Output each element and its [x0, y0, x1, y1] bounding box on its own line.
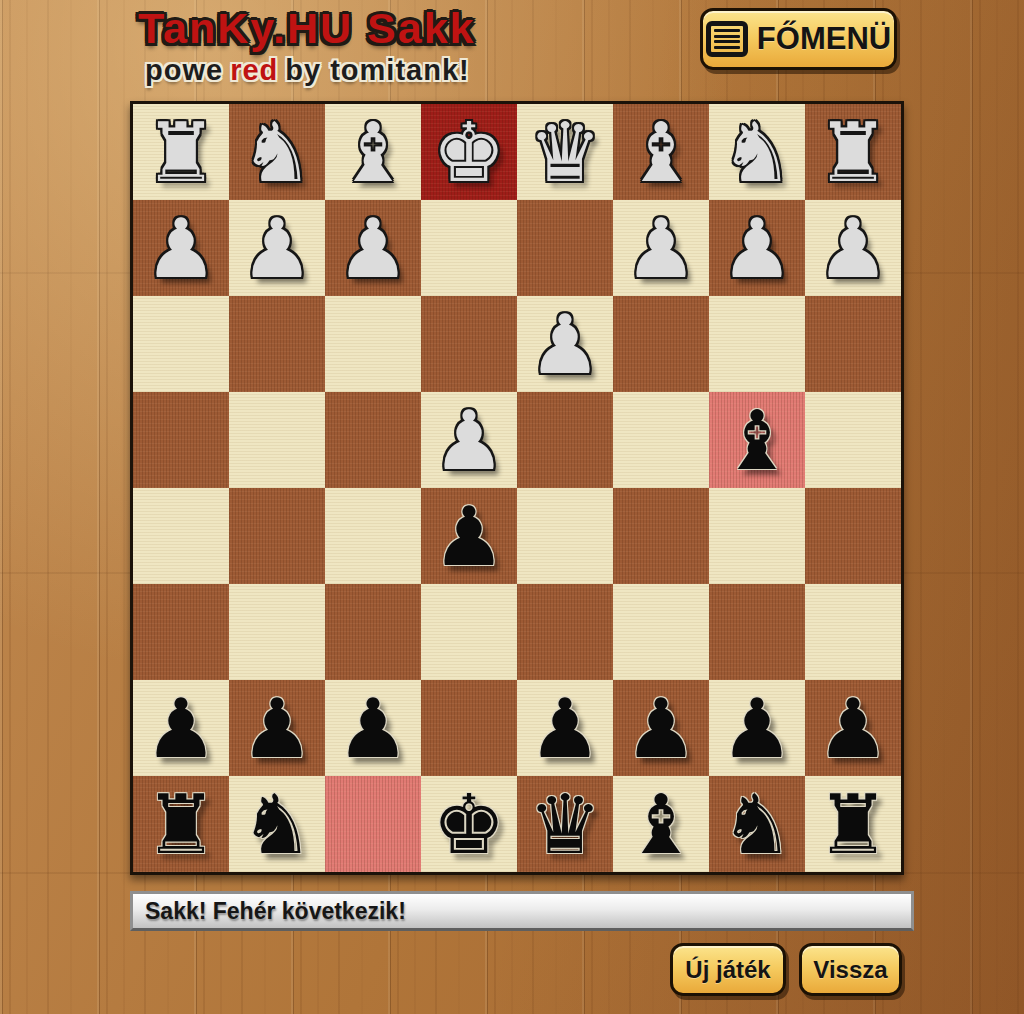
- piece-black-knight: ♞: [229, 776, 325, 872]
- piece-black-rook: ♜: [805, 776, 901, 872]
- square-d7[interactable]: ♟: [517, 680, 613, 776]
- square-a2[interactable]: ♟: [805, 200, 901, 296]
- square-a1[interactable]: ♜: [805, 104, 901, 200]
- piece-black-pawn: ♟: [133, 680, 229, 776]
- square-d6[interactable]: [517, 584, 613, 680]
- square-e1[interactable]: ♚: [421, 104, 517, 200]
- square-a6[interactable]: [805, 584, 901, 680]
- square-a5[interactable]: [805, 488, 901, 584]
- piece-black-pawn: ♟: [421, 488, 517, 584]
- square-f1[interactable]: ♝: [325, 104, 421, 200]
- square-g8[interactable]: ♞: [229, 776, 325, 872]
- square-g4[interactable]: [229, 392, 325, 488]
- chess-board: ♜♞♝♚♛♝♞♜♟♟♟♟♟♟♟♟♝♟♟♟♟♟♟♟♟♜♞♚♛♝♞♜: [130, 101, 904, 875]
- square-c5[interactable]: [613, 488, 709, 584]
- piece-black-bishop: ♝: [613, 776, 709, 872]
- square-a7[interactable]: ♟: [805, 680, 901, 776]
- piece-white-pawn: ♟: [517, 296, 613, 392]
- piece-black-pawn: ♟: [517, 680, 613, 776]
- square-g5[interactable]: [229, 488, 325, 584]
- piece-black-bishop: ♝: [709, 392, 805, 488]
- square-d1[interactable]: ♛: [517, 104, 613, 200]
- piece-white-pawn: ♟: [325, 200, 421, 296]
- app-logo: TanKy.HU Sakk poweredby tomitank!: [138, 4, 475, 87]
- square-e6[interactable]: [421, 584, 517, 680]
- square-a4[interactable]: [805, 392, 901, 488]
- square-b7[interactable]: ♟: [709, 680, 805, 776]
- subtitle-highlight: red: [230, 54, 278, 86]
- square-g6[interactable]: [229, 584, 325, 680]
- piece-white-pawn: ♟: [133, 200, 229, 296]
- square-h7[interactable]: ♟: [133, 680, 229, 776]
- square-c3[interactable]: [613, 296, 709, 392]
- main-menu-button-label: FŐMENÜ: [757, 21, 891, 57]
- square-h4[interactable]: [133, 392, 229, 488]
- square-g1[interactable]: ♞: [229, 104, 325, 200]
- new-game-button-label: Új játék: [685, 956, 770, 984]
- back-button[interactable]: Vissza: [799, 943, 902, 996]
- square-f6[interactable]: [325, 584, 421, 680]
- piece-black-pawn: ♟: [805, 680, 901, 776]
- piece-black-rook: ♜: [133, 776, 229, 872]
- square-g2[interactable]: ♟: [229, 200, 325, 296]
- piece-white-pawn: ♟: [229, 200, 325, 296]
- square-d4[interactable]: [517, 392, 613, 488]
- square-h6[interactable]: [133, 584, 229, 680]
- square-h2[interactable]: ♟: [133, 200, 229, 296]
- status-bar: Sakk! Fehér következik!: [130, 891, 914, 931]
- square-b4[interactable]: ♝: [709, 392, 805, 488]
- square-h5[interactable]: [133, 488, 229, 584]
- square-f7[interactable]: ♟: [325, 680, 421, 776]
- app-title: TanKy.HU Sakk: [138, 4, 475, 53]
- subtitle-suffix: by tomitank!: [285, 54, 469, 86]
- square-b8[interactable]: ♞: [709, 776, 805, 872]
- square-d8[interactable]: ♛: [517, 776, 613, 872]
- piece-black-pawn: ♟: [613, 680, 709, 776]
- square-h1[interactable]: ♜: [133, 104, 229, 200]
- piece-white-king: ♚: [421, 104, 517, 200]
- piece-white-bishop: ♝: [613, 104, 709, 200]
- square-f3[interactable]: [325, 296, 421, 392]
- piece-black-knight: ♞: [709, 776, 805, 872]
- piece-white-knight: ♞: [229, 104, 325, 200]
- square-c7[interactable]: ♟: [613, 680, 709, 776]
- piece-black-king: ♚: [421, 776, 517, 872]
- piece-white-rook: ♜: [805, 104, 901, 200]
- app-subtitle: poweredby tomitank!: [145, 54, 475, 87]
- square-b5[interactable]: [709, 488, 805, 584]
- back-button-label: Vissza: [813, 956, 887, 984]
- square-g3[interactable]: [229, 296, 325, 392]
- piece-white-pawn: ♟: [421, 392, 517, 488]
- square-e2[interactable]: [421, 200, 517, 296]
- square-b3[interactable]: [709, 296, 805, 392]
- square-d5[interactable]: [517, 488, 613, 584]
- square-f2[interactable]: ♟: [325, 200, 421, 296]
- piece-white-pawn: ♟: [613, 200, 709, 296]
- piece-white-queen: ♛: [517, 104, 613, 200]
- square-b6[interactable]: [709, 584, 805, 680]
- square-b1[interactable]: ♞: [709, 104, 805, 200]
- piece-white-pawn: ♟: [805, 200, 901, 296]
- square-e4[interactable]: ♟: [421, 392, 517, 488]
- square-d3[interactable]: ♟: [517, 296, 613, 392]
- square-f4[interactable]: [325, 392, 421, 488]
- piece-black-pawn: ♟: [325, 680, 421, 776]
- square-e5[interactable]: ♟: [421, 488, 517, 584]
- piece-white-knight: ♞: [709, 104, 805, 200]
- square-c1[interactable]: ♝: [613, 104, 709, 200]
- piece-black-pawn: ♟: [229, 680, 325, 776]
- square-c4[interactable]: [613, 392, 709, 488]
- square-e3[interactable]: [421, 296, 517, 392]
- square-a3[interactable]: [805, 296, 901, 392]
- square-h8[interactable]: ♜: [133, 776, 229, 872]
- piece-black-queen: ♛: [517, 776, 613, 872]
- square-c8[interactable]: ♝: [613, 776, 709, 872]
- status-text: Sakk! Fehér következik!: [145, 898, 406, 925]
- square-e7[interactable]: [421, 680, 517, 776]
- square-d2[interactable]: [517, 200, 613, 296]
- square-a8[interactable]: ♜: [805, 776, 901, 872]
- piece-black-pawn: ♟: [709, 680, 805, 776]
- square-b2[interactable]: ♟: [709, 200, 805, 296]
- piece-white-bishop: ♝: [325, 104, 421, 200]
- subtitle-prefix: powe: [145, 54, 223, 86]
- piece-white-rook: ♜: [133, 104, 229, 200]
- square-g7[interactable]: ♟: [229, 680, 325, 776]
- square-f8[interactable]: [325, 776, 421, 872]
- square-c6[interactable]: [613, 584, 709, 680]
- piece-white-pawn: ♟: [709, 200, 805, 296]
- new-game-button[interactable]: Új játék: [670, 943, 786, 996]
- square-e8[interactable]: ♚: [421, 776, 517, 872]
- square-h3[interactable]: [133, 296, 229, 392]
- square-f5[interactable]: [325, 488, 421, 584]
- menu-list-icon: [706, 21, 748, 57]
- square-c2[interactable]: ♟: [613, 200, 709, 296]
- main-menu-button[interactable]: FŐMENÜ: [700, 8, 897, 70]
